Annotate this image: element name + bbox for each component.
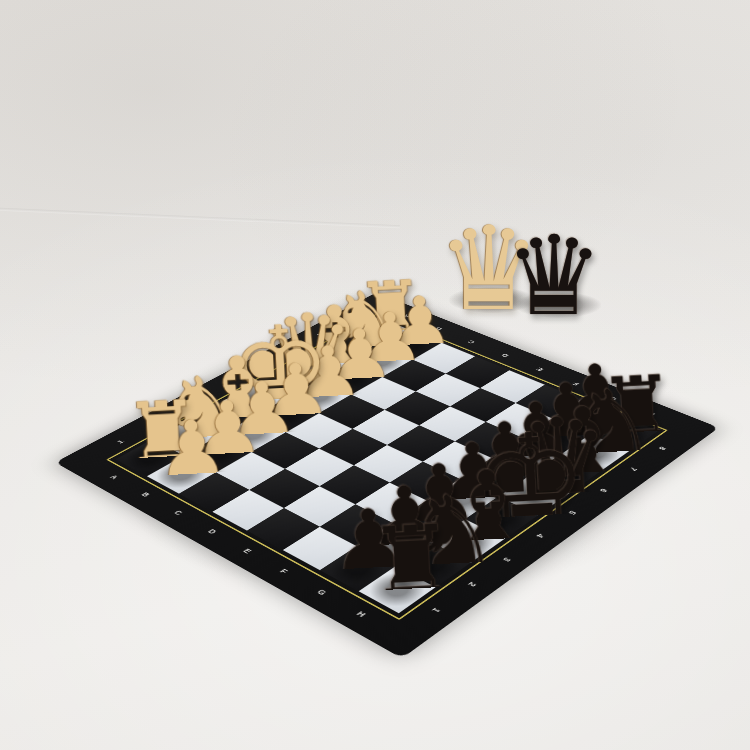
chess-set-photo: ♜♟♟♜♞♟♟♞♝♟♟♝♛♟♟♛♚♟♟♚♝♟♟♝♞♟♟♞♜♟♟♜ AABBCCD… xyxy=(0,0,750,750)
board-grid: ♜♟♟♜♞♟♟♞♝♟♟♝♛♟♟♛♚♟♟♚♝♟♟♝♞♟♟♞♜♟♟♜ xyxy=(116,317,658,613)
board-perspective-anchor: ♜♟♟♜♞♟♟♞♝♟♟♝♛♟♟♛♚♟♟♚♝♟♟♝♞♟♟♞♜♟♟♜ AABBCCD… xyxy=(140,198,634,692)
